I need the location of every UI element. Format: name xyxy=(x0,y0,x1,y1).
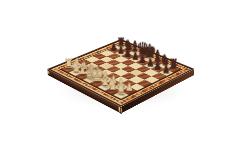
square-h1: ♜ xyxy=(113,91,129,99)
square-e5 xyxy=(121,66,136,73)
chess-set-photo: ♜♞♝♛♚♝♞♜♟♟♟♟♟♟♟♟♟♟♟♟♟♟♟♟♜♞♝♛♚♝♞♜ xyxy=(0,0,240,150)
black-pawn-glyph: ♟ xyxy=(154,63,179,74)
white-rook-glyph: ♜ xyxy=(108,82,135,96)
brass-hinge-pin-icon xyxy=(47,70,49,74)
